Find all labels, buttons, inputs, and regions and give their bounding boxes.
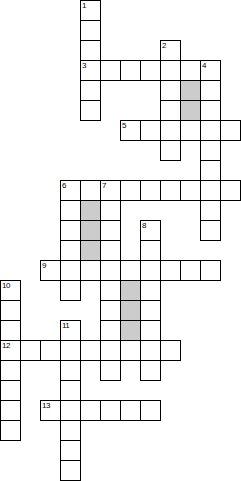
cell-r13-c5[interactable] [100, 260, 121, 281]
cell-r20-c2[interactable]: 13 [40, 400, 61, 421]
cell-r7-c8[interactable] [160, 140, 181, 161]
cell-r17-c7[interactable] [140, 340, 161, 361]
clue-number-5: 5 [122, 121, 126, 130]
clue-number-12: 12 [2, 341, 10, 350]
cell-r15-c5[interactable] [100, 300, 121, 321]
shaded-cell-r16-c6 [120, 320, 141, 341]
cell-r5-c8[interactable] [160, 100, 181, 121]
cell-r5-c10[interactable] [200, 100, 221, 121]
cell-r9-c8[interactable] [160, 180, 181, 201]
cell-r21-c3[interactable] [60, 420, 81, 441]
cell-r6-c8[interactable] [160, 120, 181, 141]
cell-r4-c10[interactable] [200, 80, 221, 101]
cell-r2-c4[interactable] [80, 40, 101, 61]
clue-number-13: 13 [42, 401, 50, 410]
clue-number-1: 1 [82, 1, 86, 10]
crossword-board: 12345678910111213 [0, 0, 241, 481]
cell-r9-c11[interactable] [220, 180, 241, 201]
cell-r20-c3[interactable] [60, 400, 81, 421]
cell-r12-c7[interactable] [140, 240, 161, 261]
shaded-cell-r4-c9 [180, 80, 201, 101]
cell-r3-c7[interactable] [140, 60, 161, 81]
cell-r17-c3[interactable] [60, 340, 81, 361]
shaded-cell-r12-c4 [80, 240, 101, 261]
clue-number-3: 3 [82, 61, 86, 70]
cell-r13-c10[interactable] [200, 260, 221, 281]
cell-r20-c5[interactable] [100, 400, 121, 421]
cell-r13-c2[interactable]: 9 [40, 260, 61, 281]
cell-r8-c10[interactable] [200, 160, 221, 181]
cell-r6-c6[interactable]: 5 [120, 120, 141, 141]
cell-r4-c8[interactable] [160, 80, 181, 101]
cell-r9-c7[interactable] [140, 180, 161, 201]
cell-r18-c3[interactable] [60, 360, 81, 381]
cell-r20-c7[interactable] [140, 400, 161, 421]
cell-r11-c5[interactable] [100, 220, 121, 241]
cell-r5-c4[interactable] [80, 100, 101, 121]
clue-number-11: 11 [62, 321, 69, 330]
cell-r20-c0[interactable] [0, 400, 21, 421]
clue-number-4: 4 [202, 61, 206, 70]
clue-number-7: 7 [102, 181, 106, 190]
cell-r10-c10[interactable] [200, 200, 221, 221]
cell-r20-c6[interactable] [120, 400, 141, 421]
clue-number-10: 10 [2, 281, 10, 290]
cell-r9-c10[interactable] [200, 180, 221, 201]
clue-number-6: 6 [62, 181, 66, 190]
cell-r11-c7[interactable]: 8 [140, 220, 161, 241]
cell-r12-c3[interactable] [60, 240, 81, 261]
cell-r16-c5[interactable] [100, 320, 121, 341]
shaded-cell-r14-c6 [120, 280, 141, 301]
cell-r13-c8[interactable] [160, 260, 181, 281]
cell-r4-c4[interactable] [80, 80, 101, 101]
cell-r6-c9[interactable] [180, 120, 201, 141]
cell-r14-c7[interactable] [140, 280, 161, 301]
cell-r16-c7[interactable] [140, 320, 161, 341]
cell-r9-c5[interactable]: 7 [100, 180, 121, 201]
cell-r14-c5[interactable] [100, 280, 121, 301]
cell-r6-c11[interactable] [220, 120, 241, 141]
cell-r9-c3[interactable]: 6 [60, 180, 81, 201]
cell-r16-c0[interactable] [0, 320, 21, 341]
cell-r13-c7[interactable] [140, 260, 161, 281]
cell-r3-c8[interactable] [160, 60, 181, 81]
cell-r12-c5[interactable] [100, 240, 121, 261]
cell-r15-c0[interactable] [0, 300, 21, 321]
clue-number-2: 2 [162, 41, 166, 50]
cell-r6-c7[interactable] [140, 120, 161, 141]
cell-r17-c0[interactable]: 12 [0, 340, 21, 361]
cell-r13-c6[interactable] [120, 260, 141, 281]
cell-r18-c0[interactable] [0, 360, 21, 381]
cell-r10-c3[interactable] [60, 200, 81, 221]
cell-r20-c4[interactable] [80, 400, 101, 421]
cell-r3-c6[interactable] [120, 60, 141, 81]
cell-r0-c4[interactable]: 1 [80, 0, 101, 21]
cell-r3-c4[interactable]: 3 [80, 60, 101, 81]
cell-r9-c6[interactable] [120, 180, 141, 201]
clue-number-9: 9 [42, 261, 46, 270]
cell-r17-c8[interactable] [160, 340, 181, 361]
cell-r3-c5[interactable] [100, 60, 121, 81]
cell-r21-c0[interactable] [0, 420, 21, 441]
cell-r6-c10[interactable] [200, 120, 221, 141]
cell-r1-c4[interactable] [80, 20, 101, 41]
cell-r17-c5[interactable] [100, 340, 121, 361]
shaded-cell-r15-c6 [120, 300, 141, 321]
cell-r19-c3[interactable] [60, 380, 81, 401]
cell-r16-c3[interactable]: 11 [60, 320, 81, 341]
cell-r10-c5[interactable] [100, 200, 121, 221]
cell-r17-c6[interactable] [120, 340, 141, 361]
cell-r18-c5[interactable] [100, 360, 121, 381]
shaded-cell-r10-c4 [80, 200, 101, 221]
cell-r3-c10[interactable]: 4 [200, 60, 221, 81]
cell-r3-c9[interactable] [180, 60, 201, 81]
cell-r7-c10[interactable] [200, 140, 221, 161]
cell-r9-c9[interactable] [180, 180, 201, 201]
cell-r22-c3[interactable] [60, 440, 81, 461]
cell-r17-c1[interactable] [20, 340, 41, 361]
cell-r2-c8[interactable]: 2 [160, 40, 181, 61]
cell-r13-c9[interactable] [180, 260, 201, 281]
cell-r11-c10[interactable] [200, 220, 221, 241]
cell-r13-c3[interactable] [60, 260, 81, 281]
shaded-cell-r11-c4 [80, 220, 101, 241]
cell-r13-c4[interactable] [80, 260, 101, 281]
cell-r18-c7[interactable] [140, 360, 161, 381]
cell-r23-c3[interactable] [60, 460, 81, 481]
cell-r17-c4[interactable] [80, 340, 101, 361]
cell-r15-c7[interactable] [140, 300, 161, 321]
cell-r9-c4[interactable] [80, 180, 101, 201]
cell-r14-c3[interactable] [60, 280, 81, 301]
shaded-cell-r5-c9 [180, 100, 201, 121]
puzzle-canvas: 12345678910111213 [0, 0, 241, 481]
cell-r17-c2[interactable] [40, 340, 61, 361]
clue-number-8: 8 [142, 221, 146, 230]
cell-r19-c0[interactable] [0, 380, 21, 401]
cell-r11-c3[interactable] [60, 220, 81, 241]
cell-r14-c0[interactable]: 10 [0, 280, 21, 301]
